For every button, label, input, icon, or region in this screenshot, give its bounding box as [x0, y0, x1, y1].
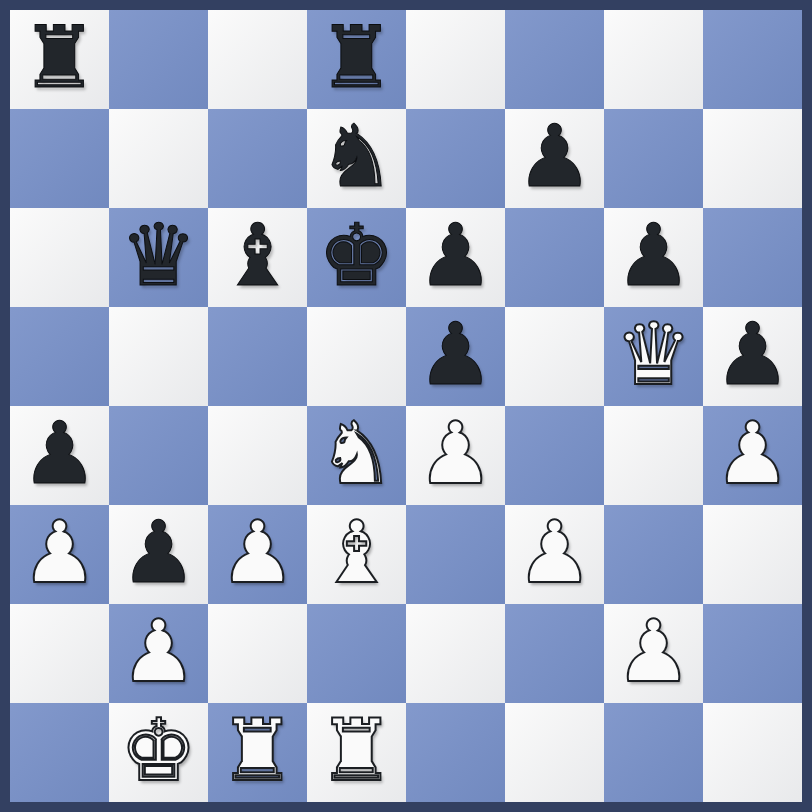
square-e6[interactable]: ♟	[406, 208, 505, 307]
square-e1[interactable]	[406, 703, 505, 802]
square-b8[interactable]	[109, 10, 208, 109]
black-king-piece[interactable]: ♚	[318, 208, 395, 305]
square-f4[interactable]	[505, 406, 604, 505]
square-c3[interactable]: ♟	[208, 505, 307, 604]
square-e3[interactable]	[406, 505, 505, 604]
white-pawn-piece[interactable]: ♟	[714, 406, 791, 503]
square-a3[interactable]: ♟	[10, 505, 109, 604]
square-b7[interactable]	[109, 109, 208, 208]
white-bishop-piece[interactable]: ♝	[318, 505, 395, 602]
square-g8[interactable]	[604, 10, 703, 109]
black-pawn-piece[interactable]: ♟	[714, 307, 791, 404]
square-c4[interactable]	[208, 406, 307, 505]
square-b2[interactable]: ♟	[109, 604, 208, 703]
black-pawn-piece[interactable]: ♟	[615, 208, 692, 305]
square-g7[interactable]	[604, 109, 703, 208]
square-h4[interactable]: ♟	[703, 406, 802, 505]
black-pawn-piece[interactable]: ♟	[417, 307, 494, 404]
square-d2[interactable]	[307, 604, 406, 703]
white-rook-piece[interactable]: ♜	[318, 703, 395, 800]
square-c5[interactable]	[208, 307, 307, 406]
black-rook-piece[interactable]: ♜	[21, 10, 98, 107]
white-queen-piece[interactable]: ♛	[615, 307, 692, 404]
white-pawn-piece[interactable]: ♟	[615, 604, 692, 701]
black-pawn-piece[interactable]: ♟	[120, 505, 197, 602]
white-pawn-piece[interactable]: ♟	[219, 505, 296, 602]
black-pawn-piece[interactable]: ♟	[21, 406, 98, 503]
square-f2[interactable]	[505, 604, 604, 703]
square-f8[interactable]	[505, 10, 604, 109]
white-pawn-piece[interactable]: ♟	[21, 505, 98, 602]
black-bishop-piece[interactable]: ♝	[219, 208, 296, 305]
square-c6[interactable]: ♝	[208, 208, 307, 307]
square-b3[interactable]: ♟	[109, 505, 208, 604]
square-d4[interactable]: ♞	[307, 406, 406, 505]
square-a2[interactable]	[10, 604, 109, 703]
black-queen-piece[interactable]: ♛	[120, 208, 197, 305]
white-rook-piece[interactable]: ♜	[219, 703, 296, 800]
square-e5[interactable]: ♟	[406, 307, 505, 406]
square-d6[interactable]: ♚	[307, 208, 406, 307]
square-h7[interactable]	[703, 109, 802, 208]
square-e2[interactable]	[406, 604, 505, 703]
square-e8[interactable]	[406, 10, 505, 109]
white-king-piece[interactable]: ♚	[120, 703, 197, 800]
black-pawn-piece[interactable]: ♟	[417, 208, 494, 305]
square-d7[interactable]: ♞	[307, 109, 406, 208]
square-b5[interactable]	[109, 307, 208, 406]
square-g5[interactable]: ♛	[604, 307, 703, 406]
square-a5[interactable]	[10, 307, 109, 406]
square-f1[interactable]	[505, 703, 604, 802]
square-a1[interactable]	[10, 703, 109, 802]
square-h2[interactable]	[703, 604, 802, 703]
square-e7[interactable]	[406, 109, 505, 208]
white-knight-piece[interactable]: ♞	[318, 406, 395, 503]
square-f7[interactable]: ♟	[505, 109, 604, 208]
square-f6[interactable]	[505, 208, 604, 307]
square-e4[interactable]: ♟	[406, 406, 505, 505]
square-b6[interactable]: ♛	[109, 208, 208, 307]
white-pawn-piece[interactable]: ♟	[417, 406, 494, 503]
square-a4[interactable]: ♟	[10, 406, 109, 505]
chess-board: ♜♜♞♟♛♝♚♟♟♟♛♟♟♞♟♟♟♟♟♝♟♟♟♚♜♜	[10, 10, 802, 802]
square-b1[interactable]: ♚	[109, 703, 208, 802]
square-g4[interactable]	[604, 406, 703, 505]
square-d8[interactable]: ♜	[307, 10, 406, 109]
square-h6[interactable]	[703, 208, 802, 307]
chess-board-frame: ♜♜♞♟♛♝♚♟♟♟♛♟♟♞♟♟♟♟♟♝♟♟♟♚♜♜	[0, 0, 812, 812]
square-g2[interactable]: ♟	[604, 604, 703, 703]
white-pawn-piece[interactable]: ♟	[120, 604, 197, 701]
square-d3[interactable]: ♝	[307, 505, 406, 604]
square-a6[interactable]	[10, 208, 109, 307]
square-h3[interactable]	[703, 505, 802, 604]
square-h8[interactable]	[703, 10, 802, 109]
square-a8[interactable]: ♜	[10, 10, 109, 109]
square-h5[interactable]: ♟	[703, 307, 802, 406]
square-f3[interactable]: ♟	[505, 505, 604, 604]
white-pawn-piece[interactable]: ♟	[516, 505, 593, 602]
square-c7[interactable]	[208, 109, 307, 208]
square-c1[interactable]: ♜	[208, 703, 307, 802]
square-h1[interactable]	[703, 703, 802, 802]
square-d5[interactable]	[307, 307, 406, 406]
square-b4[interactable]	[109, 406, 208, 505]
square-g3[interactable]	[604, 505, 703, 604]
black-pawn-piece[interactable]: ♟	[516, 109, 593, 206]
square-f5[interactable]	[505, 307, 604, 406]
black-knight-piece[interactable]: ♞	[318, 109, 395, 206]
black-rook-piece[interactable]: ♜	[318, 10, 395, 107]
square-c8[interactable]	[208, 10, 307, 109]
square-d1[interactable]: ♜	[307, 703, 406, 802]
square-a7[interactable]	[10, 109, 109, 208]
square-g6[interactable]: ♟	[604, 208, 703, 307]
square-c2[interactable]	[208, 604, 307, 703]
square-g1[interactable]	[604, 703, 703, 802]
